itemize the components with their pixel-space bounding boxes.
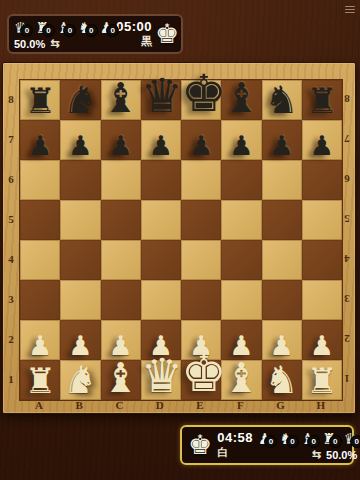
piece-black-pawn-b7[interactable]: ♟ bbox=[60, 132, 100, 159]
captured-queen-icon: ♛0 bbox=[14, 20, 27, 35]
square-f6[interactable] bbox=[221, 160, 261, 200]
square-a5[interactable] bbox=[20, 200, 60, 240]
rank-label-4-left: 4 bbox=[5, 253, 17, 265]
square-f5[interactable] bbox=[221, 200, 261, 240]
captured-queen-icon: ♛0 bbox=[344, 431, 357, 446]
square-a7[interactable]: ♟ bbox=[20, 120, 60, 160]
square-d8[interactable]: ♛ bbox=[141, 80, 181, 120]
white-player-king-icon: ♚ bbox=[188, 432, 212, 459]
square-g5[interactable] bbox=[262, 200, 302, 240]
piece-white-pawn-b2[interactable]: ♟ bbox=[60, 332, 100, 359]
swap-arrows-icon: ⇆ bbox=[50, 37, 59, 50]
square-a1[interactable]: ♜ bbox=[20, 360, 60, 400]
piece-black-pawn-h7[interactable]: ♟ bbox=[302, 132, 342, 159]
white-player-label: 白 bbox=[217, 446, 253, 459]
captured-queen-count: 0 bbox=[350, 435, 360, 448]
rank-label-7-left: 7 bbox=[5, 133, 17, 145]
captured-queen-count: 0 bbox=[20, 24, 33, 37]
captured-pieces-white: ♟0♞0♝0♜0♛0 bbox=[258, 429, 357, 446]
square-f7[interactable]: ♟ bbox=[221, 120, 261, 160]
square-h8[interactable]: ♜ bbox=[302, 80, 342, 120]
chess-board: ♜♞♝♛♚♝♞♜♟♟♟♟♟♟♟♟♟♟♟♟♟♟♟♟♜♞♝♛♚♝♞♜ 8877665… bbox=[2, 62, 356, 414]
square-e6[interactable] bbox=[181, 160, 221, 200]
captured-bishop-icon: ♝0 bbox=[301, 431, 314, 446]
white-clock: 04:58 bbox=[217, 431, 253, 446]
captured-knight-icon: ♞0 bbox=[78, 20, 91, 35]
piece-black-pawn-g7[interactable]: ♟ bbox=[262, 132, 302, 159]
square-a3[interactable] bbox=[20, 280, 60, 320]
square-c6[interactable] bbox=[101, 160, 141, 200]
black-clock: 05:00 bbox=[116, 20, 152, 35]
square-c5[interactable] bbox=[101, 200, 141, 240]
captured-pawn-icon: ♟0 bbox=[258, 431, 271, 446]
square-e4[interactable] bbox=[181, 240, 221, 280]
piece-black-bishop-c8[interactable]: ♝ bbox=[101, 78, 141, 119]
square-c8[interactable]: ♝ bbox=[101, 80, 141, 120]
square-g3[interactable] bbox=[262, 280, 302, 320]
rank-label-3-right: 3 bbox=[341, 293, 353, 305]
black-player-panel: ♛0♜0♝0♞0♟0 50.0% ⇆ 05:00 黒 ♚ bbox=[7, 14, 183, 54]
piece-white-pawn-h2[interactable]: ♟ bbox=[302, 332, 342, 359]
square-g8[interactable]: ♞ bbox=[262, 80, 302, 120]
piece-white-pawn-a2[interactable]: ♟ bbox=[20, 332, 60, 359]
captured-knight-count: 0 bbox=[85, 24, 98, 37]
piece-black-pawn-d7[interactable]: ♟ bbox=[141, 132, 181, 159]
square-d4[interactable] bbox=[141, 240, 181, 280]
board-grid: ♜♞♝♛♚♝♞♜♟♟♟♟♟♟♟♟♟♟♟♟♟♟♟♟♜♞♝♛♚♝♞♜ bbox=[19, 79, 343, 401]
square-h2[interactable]: ♟ bbox=[302, 320, 342, 360]
captured-pieces-black: ♛0♜0♝0♞0♟0 bbox=[14, 18, 113, 35]
hamburger-menu-icon[interactable] bbox=[345, 4, 356, 13]
rank-label-5-right: 5 bbox=[341, 213, 353, 225]
square-e8[interactable]: ♚ bbox=[181, 80, 221, 120]
piece-black-king-e8[interactable]: ♚ bbox=[181, 68, 221, 119]
captured-rook-icon: ♜0 bbox=[322, 431, 335, 446]
square-e7[interactable]: ♟ bbox=[181, 120, 221, 160]
square-g7[interactable]: ♟ bbox=[262, 120, 302, 160]
black-player-king-icon: ♚ bbox=[155, 21, 179, 48]
square-c7[interactable]: ♟ bbox=[101, 120, 141, 160]
square-e3[interactable] bbox=[181, 280, 221, 320]
rank-label-8-right: 8 bbox=[341, 93, 353, 105]
square-d7[interactable]: ♟ bbox=[141, 120, 181, 160]
chess-app: ♛0♜0♝0♞0♟0 50.0% ⇆ 05:00 黒 ♚ ♜♞♝♛♚♝♞♜♟♟♟… bbox=[0, 0, 360, 480]
white-win-rate: 50.0% bbox=[326, 449, 357, 461]
rank-label-1-right: 1 bbox=[341, 373, 353, 385]
piece-black-pawn-a7[interactable]: ♟ bbox=[20, 132, 60, 159]
square-b1[interactable]: ♞ bbox=[60, 360, 100, 400]
captured-bishop-icon: ♝0 bbox=[57, 20, 70, 35]
captured-knight-count: 0 bbox=[286, 435, 299, 448]
square-f4[interactable] bbox=[221, 240, 261, 280]
square-h5[interactable] bbox=[302, 200, 342, 240]
square-d1[interactable]: ♛ bbox=[141, 360, 181, 400]
piece-black-bishop-f8[interactable]: ♝ bbox=[221, 78, 261, 119]
piece-white-bishop-c1[interactable]: ♝ bbox=[101, 358, 141, 399]
piece-black-pawn-e7[interactable]: ♟ bbox=[181, 132, 221, 159]
square-b3[interactable] bbox=[60, 280, 100, 320]
square-h6[interactable] bbox=[302, 160, 342, 200]
piece-white-knight-g1[interactable]: ♞ bbox=[262, 361, 302, 399]
rank-label-3-left: 3 bbox=[5, 293, 17, 305]
square-g2[interactable]: ♟ bbox=[262, 320, 302, 360]
square-b8[interactable]: ♞ bbox=[60, 80, 100, 120]
square-b5[interactable] bbox=[60, 200, 100, 240]
rank-label-6-left: 6 bbox=[5, 173, 17, 185]
square-h7[interactable]: ♟ bbox=[302, 120, 342, 160]
captured-rook-count: 0 bbox=[42, 24, 55, 37]
square-f1[interactable]: ♝ bbox=[221, 360, 261, 400]
square-h4[interactable] bbox=[302, 240, 342, 280]
swap-arrows-icon: ⇆ bbox=[312, 448, 321, 461]
piece-white-bishop-f1[interactable]: ♝ bbox=[221, 358, 261, 399]
rank-label-2-right: 2 bbox=[341, 333, 353, 345]
square-a6[interactable] bbox=[20, 160, 60, 200]
square-b2[interactable]: ♟ bbox=[60, 320, 100, 360]
square-e5[interactable] bbox=[181, 200, 221, 240]
piece-black-rook-h8[interactable]: ♜ bbox=[302, 84, 342, 119]
square-f8[interactable]: ♝ bbox=[221, 80, 261, 120]
rank-label-5-left: 5 bbox=[5, 213, 17, 225]
square-b4[interactable] bbox=[60, 240, 100, 280]
rank-label-2-left: 2 bbox=[5, 333, 17, 345]
rank-label-7-right: 7 bbox=[341, 133, 353, 145]
captured-rook-icon: ♜0 bbox=[35, 20, 48, 35]
piece-black-queen-d8[interactable]: ♛ bbox=[141, 72, 181, 119]
captured-pawn-count: 0 bbox=[264, 435, 277, 448]
piece-white-queen-d1[interactable]: ♛ bbox=[141, 352, 181, 399]
white-player-panel: ♚ 04:58 白 ♟0♞0♝0♜0♛0 ⇆ 50.0% bbox=[180, 425, 354, 465]
square-b7[interactable]: ♟ bbox=[60, 120, 100, 160]
captured-pawn-count: 0 bbox=[106, 24, 119, 37]
piece-white-rook-a1[interactable]: ♜ bbox=[20, 364, 60, 399]
rank-label-6-right: 6 bbox=[341, 173, 353, 185]
captured-bishop-count: 0 bbox=[307, 435, 320, 448]
square-a2[interactable]: ♟ bbox=[20, 320, 60, 360]
piece-white-pawn-g2[interactable]: ♟ bbox=[262, 332, 302, 359]
square-d6[interactable] bbox=[141, 160, 181, 200]
square-c4[interactable] bbox=[101, 240, 141, 280]
piece-black-pawn-c7[interactable]: ♟ bbox=[101, 132, 141, 159]
black-player-label: 黒 bbox=[116, 35, 152, 48]
square-a8[interactable]: ♜ bbox=[20, 80, 60, 120]
square-a4[interactable] bbox=[20, 240, 60, 280]
black-win-rate: 50.0% bbox=[14, 38, 45, 50]
square-d3[interactable] bbox=[141, 280, 181, 320]
square-e1[interactable]: ♚ bbox=[181, 360, 221, 400]
rank-label-1-left: 1 bbox=[5, 373, 17, 385]
rank-label-4-right: 4 bbox=[341, 253, 353, 265]
square-c3[interactable] bbox=[101, 280, 141, 320]
piece-white-knight-b1[interactable]: ♞ bbox=[60, 361, 100, 399]
piece-black-rook-a8[interactable]: ♜ bbox=[20, 84, 60, 119]
square-g6[interactable] bbox=[262, 160, 302, 200]
piece-black-knight-g8[interactable]: ♞ bbox=[262, 81, 302, 119]
piece-white-king-e1[interactable]: ♚ bbox=[181, 348, 221, 399]
captured-pawn-icon: ♟0 bbox=[100, 20, 113, 35]
piece-white-rook-h1[interactable]: ♜ bbox=[302, 364, 342, 399]
square-f3[interactable] bbox=[221, 280, 261, 320]
rank-label-8-left: 8 bbox=[5, 93, 17, 105]
piece-black-pawn-f7[interactable]: ♟ bbox=[221, 132, 261, 159]
square-g4[interactable] bbox=[262, 240, 302, 280]
piece-black-knight-b8[interactable]: ♞ bbox=[60, 81, 100, 119]
captured-rook-count: 0 bbox=[329, 435, 342, 448]
square-h1[interactable]: ♜ bbox=[302, 360, 342, 400]
square-h3[interactable] bbox=[302, 280, 342, 320]
square-c1[interactable]: ♝ bbox=[101, 360, 141, 400]
square-b6[interactable] bbox=[60, 160, 100, 200]
square-g1[interactable]: ♞ bbox=[262, 360, 302, 400]
captured-bishop-count: 0 bbox=[63, 24, 76, 37]
square-d5[interactable] bbox=[141, 200, 181, 240]
captured-knight-icon: ♞0 bbox=[279, 431, 292, 446]
